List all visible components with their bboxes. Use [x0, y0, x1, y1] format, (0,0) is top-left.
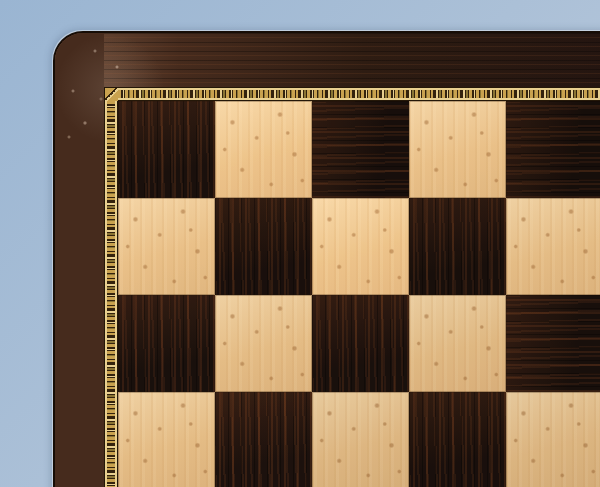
board-square — [312, 101, 409, 198]
photo-background — [0, 0, 600, 487]
board-frame-left — [55, 33, 104, 487]
board-square — [215, 101, 312, 198]
board-square — [506, 392, 600, 487]
board-square — [506, 295, 600, 392]
inlay-border-left — [104, 87, 118, 487]
board-square — [215, 198, 312, 295]
board-square — [409, 198, 506, 295]
squares-grid — [118, 101, 600, 487]
board-square — [312, 198, 409, 295]
board-square — [312, 392, 409, 487]
board-square — [506, 101, 600, 198]
board-square — [409, 101, 506, 198]
board-square — [118, 295, 215, 392]
board-square — [118, 101, 215, 198]
inlay-border-top — [104, 87, 600, 101]
chessboard — [53, 31, 600, 487]
board-square — [215, 392, 312, 487]
board-square — [506, 198, 600, 295]
board-square — [215, 295, 312, 392]
board-square — [409, 392, 506, 487]
board-square — [312, 295, 409, 392]
board-frame-top — [55, 33, 600, 87]
board-square — [118, 198, 215, 295]
inlay-border-corner — [104, 87, 118, 101]
board-square — [118, 392, 215, 487]
board-square — [409, 295, 506, 392]
